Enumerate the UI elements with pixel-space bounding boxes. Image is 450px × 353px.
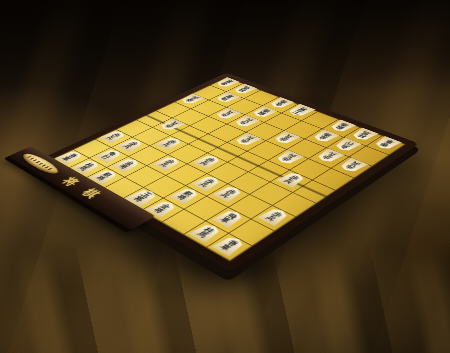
- black-pawn-4g[interactable]: 歩兵: [191, 174, 223, 191]
- black-pawn-6g[interactable]: 歩兵: [152, 155, 182, 171]
- black-bishop-8h[interactable]: 角行: [94, 148, 124, 163]
- white-pawn-3d[interactable]: 歩兵: [274, 150, 304, 165]
- black-silver-4h[interactable]: 銀将: [169, 187, 201, 205]
- screenshot-stage: 香車桂馬金将王将銀将桂馬香車飛車銀将金将角行歩兵歩兵歩兵歩兵歩兵歩兵歩兵歩兵歩兵…: [0, 0, 450, 353]
- white-lance-9a[interactable]: 香車: [214, 77, 239, 88]
- white-silver-3a[interactable]: 銀将: [328, 120, 356, 134]
- white-pawn-2c[interactable]: 歩兵: [314, 148, 344, 163]
- black-pawn-3g[interactable]: 歩兵: [212, 185, 244, 203]
- black-pawn-9g[interactable]: 歩兵: [100, 130, 129, 144]
- white-knight-2a[interactable]: 桂馬: [349, 128, 378, 142]
- white-rook-8b[interactable]: 飛車: [214, 92, 240, 104]
- white-knight-8a[interactable]: 桂馬: [231, 84, 257, 95]
- white-gold-6a[interactable]: 金将: [268, 97, 295, 109]
- black-pawn-5f[interactable]: 歩兵: [193, 154, 223, 170]
- black-lance-1i[interactable]: 香車: [212, 235, 248, 256]
- white-pawn-9c[interactable]: 歩兵: [179, 93, 205, 105]
- black-pawn-7f[interactable]: 歩兵: [155, 136, 184, 150]
- black-rook-2h[interactable]: 飛車: [212, 208, 246, 227]
- emblem-kanji-shou: 将: [61, 176, 82, 187]
- black-pawn-8g[interactable]: 歩兵: [116, 138, 145, 152]
- black-pawn-2e[interactable]: 歩兵: [276, 171, 308, 188]
- white-pawn-7c[interactable]: 歩兵: [214, 108, 241, 121]
- white-gold-3b[interactable]: 金将: [310, 129, 339, 143]
- black-knight-2i[interactable]: 桂馬: [189, 222, 224, 242]
- white-king-5a[interactable]: 王将: [285, 104, 315, 118]
- white-pawn-6c[interactable]: 歩兵: [232, 115, 260, 128]
- white-silver-6b[interactable]: 銀将: [250, 106, 277, 119]
- emblem-kanji-gi: 棋: [81, 187, 103, 199]
- white-bishop-2b[interactable]: 角行: [332, 138, 362, 153]
- white-pawn-4c[interactable]: 歩兵: [271, 131, 300, 145]
- white-lance-1a[interactable]: 香車: [372, 136, 402, 151]
- black-gold-7h[interactable]: 金将: [112, 157, 142, 173]
- white-pawn-5d[interactable]: 歩兵: [233, 133, 262, 147]
